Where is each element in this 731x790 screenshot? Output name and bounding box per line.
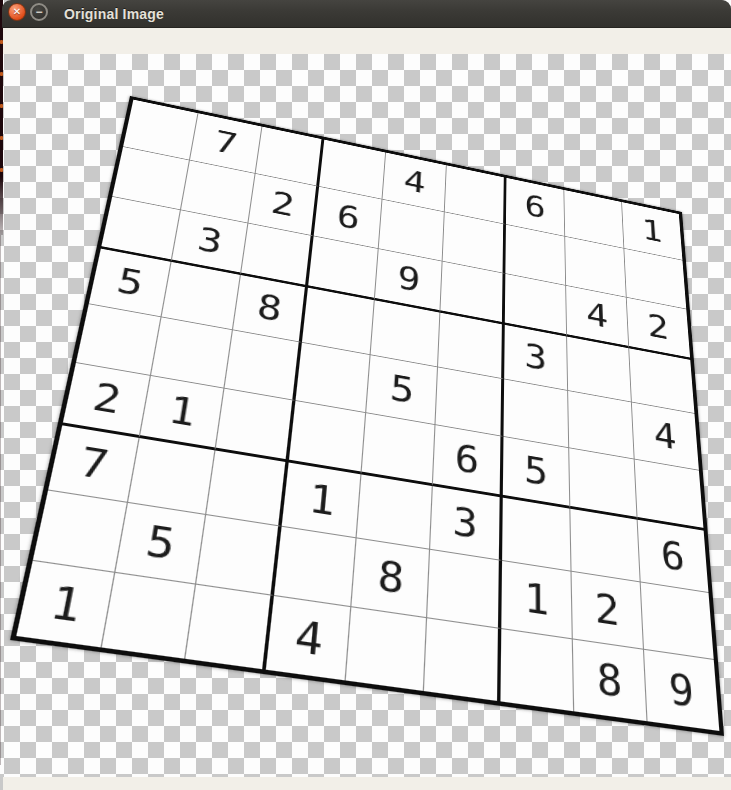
cell-r8c3: [195, 515, 281, 596]
cell-r6c6: 6: [433, 425, 503, 497]
window-titlebar[interactable]: ✕ − Original Image: [2, 0, 731, 28]
cell-r8c8: 2: [572, 572, 644, 650]
cell-r8c6: [427, 550, 502, 629]
cell-r7c4: 1: [282, 462, 362, 539]
cell-r6c8: [570, 448, 638, 519]
cell-r8c7: 1: [501, 561, 573, 639]
content-bottom-strip: [3, 777, 731, 790]
cell-r7c7: [502, 497, 572, 572]
edge-dot: [0, 168, 3, 172]
cell-r9c1: 1: [16, 561, 115, 647]
cell-r8c2: 5: [115, 503, 206, 585]
screenshot-root: { "window": { "title": "Original Image",…: [0, 0, 731, 790]
window-title: Original Image: [64, 6, 164, 22]
cell-r6c5: [362, 413, 436, 486]
cell-r6c9: [635, 459, 704, 530]
cell-r7c5: [357, 474, 433, 550]
edge-dot: [0, 40, 3, 44]
cell-r7c6: 3: [430, 486, 503, 562]
sudoku-board: 7461263942583542165713658121489: [10, 96, 724, 736]
cell-r9c2: [101, 573, 195, 659]
edge-dot: [0, 72, 3, 76]
close-button[interactable]: ✕: [8, 3, 26, 21]
cell-r6c7: 5: [502, 437, 570, 509]
left-edge-artifact-faint: [0, 235, 1, 765]
cell-r8c5: 8: [351, 539, 429, 619]
cell-r8c4: [274, 527, 356, 607]
cell-r9c5: [346, 608, 427, 692]
edge-dot: [0, 136, 3, 140]
cell-r9c6: [424, 618, 501, 701]
cell-r8c9: [641, 583, 714, 660]
cell-r7c2: [128, 438, 215, 516]
cell-r9c3: [185, 585, 275, 670]
cell-r7c8: [571, 509, 641, 583]
cell-r9c7: [500, 629, 575, 711]
content-top-strip: [3, 28, 731, 54]
edge-dot: [0, 104, 3, 108]
cell-r7c9: 6: [638, 520, 709, 594]
cell-r9c8: 8: [573, 640, 647, 722]
minimize-button[interactable]: −: [30, 3, 48, 21]
cell-r7c1: 7: [48, 425, 140, 503]
cell-r9c4: 4: [266, 596, 351, 680]
cell-r7c3: [206, 450, 290, 527]
left-edge-artifact: [0, 0, 3, 235]
cell-r9c9: 9: [644, 650, 719, 731]
cell-r8c1: [33, 491, 128, 573]
